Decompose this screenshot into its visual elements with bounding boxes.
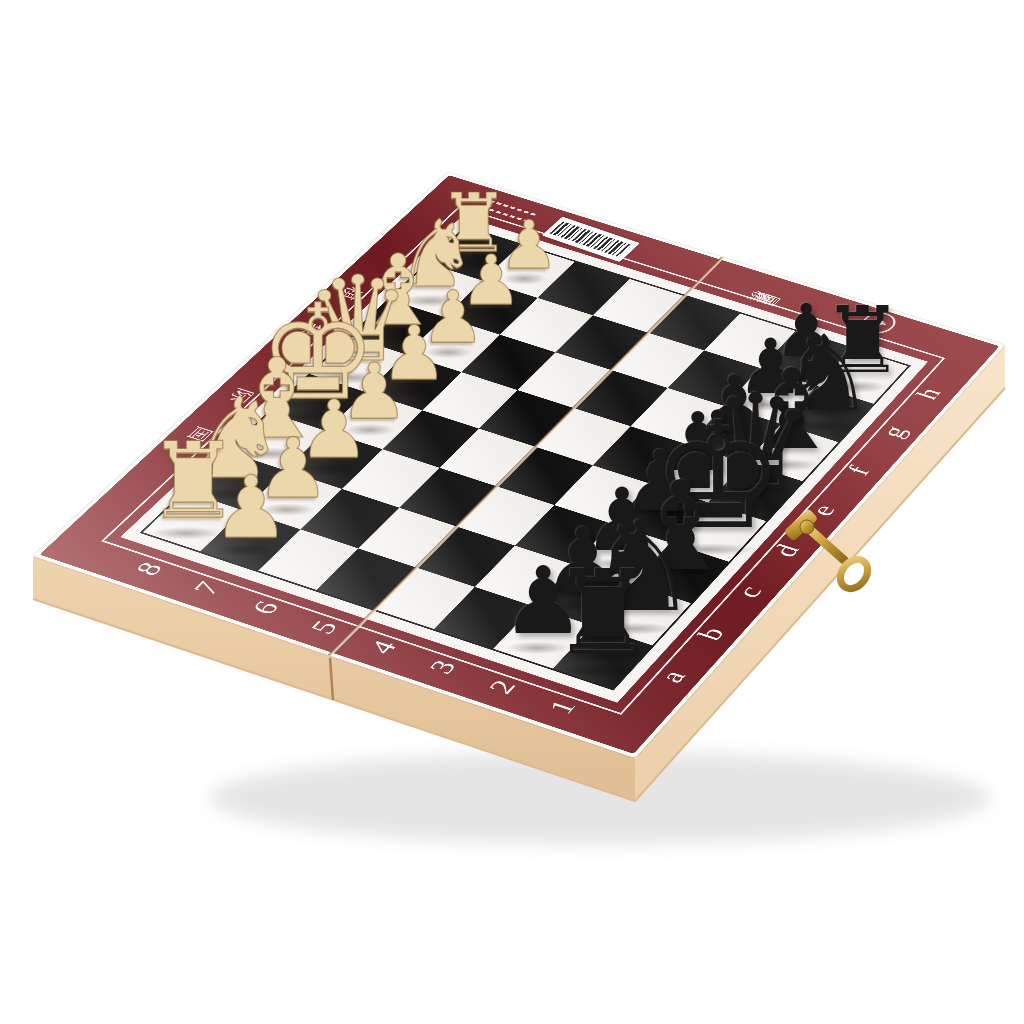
rank-label-2: 2 bbox=[481, 676, 523, 697]
border-chinese-glyph: 象 bbox=[293, 320, 329, 339]
file-label-g: g bbox=[874, 422, 913, 441]
rank-label-8: 8 bbox=[127, 558, 169, 578]
border-chinese-glyph: 国 bbox=[181, 424, 218, 444]
file-label-c: c bbox=[729, 582, 769, 601]
border-chinese-glyph: 际 bbox=[222, 386, 259, 406]
rank-label-4: 4 bbox=[362, 636, 404, 657]
file-label-a: a bbox=[652, 666, 693, 686]
chess-set-product-photo: 国际象棋 ♞ 国际象棋 87654321 abcdefgh ♜♜♞♞♝♝♚♛♟♟… bbox=[0, 0, 1024, 1024]
latch-pivot bbox=[800, 520, 814, 534]
brass-latch-icon bbox=[780, 500, 910, 620]
file-label-f: f bbox=[840, 462, 877, 478]
border-chinese-glyph: 棋 bbox=[333, 284, 369, 303]
rank-label-6: 6 bbox=[244, 597, 286, 618]
rank-label-5: 5 bbox=[302, 617, 344, 638]
rank-label-3: 3 bbox=[421, 656, 463, 677]
file-label-h: h bbox=[909, 384, 948, 403]
file-label-b: b bbox=[690, 623, 731, 644]
rank-label-7: 7 bbox=[185, 578, 227, 599]
rank-label-1: 1 bbox=[541, 696, 583, 717]
